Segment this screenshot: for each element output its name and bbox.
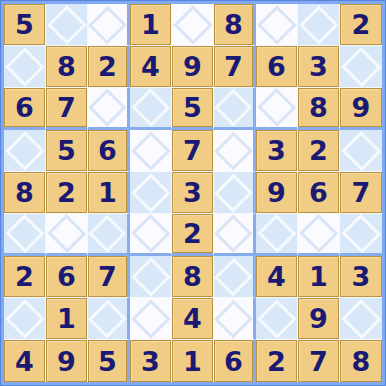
diamond-icon [299, 5, 338, 44]
cell-r1c3[interactable] [88, 4, 130, 46]
cell-r3c1: 6 [4, 88, 46, 130]
cell-r1c4: 1 [130, 4, 172, 46]
diamond-icon [215, 215, 253, 253]
cell-r9c1: 4 [4, 340, 46, 382]
diamond-icon [341, 299, 381, 339]
cell-r7c4[interactable] [130, 256, 172, 298]
cell-r3c4[interactable] [130, 88, 172, 130]
cell-r2c1[interactable] [4, 46, 46, 88]
cell-r5c3: 1 [88, 172, 130, 214]
cell-r4c9[interactable] [340, 130, 382, 172]
cell-r8c8: 9 [298, 298, 340, 340]
cell-r1c9: 2 [340, 4, 382, 46]
cell-r2c5: 9 [172, 46, 214, 88]
cell-r8c7[interactable] [256, 298, 298, 340]
sudoku-board: 5182824976367589567328213967226784131494… [0, 0, 386, 386]
cell-r7c3: 7 [88, 256, 130, 298]
cell-r4c3: 6 [88, 130, 130, 172]
cell-r6c4[interactable] [130, 214, 172, 256]
diamond-icon [47, 214, 85, 252]
diamond-icon [89, 215, 127, 253]
cell-r3c8: 8 [298, 88, 340, 130]
cell-r9c3: 5 [88, 340, 130, 382]
cell-r7c7: 4 [256, 256, 298, 298]
cell-r9c4: 3 [130, 340, 172, 382]
cell-r1c6: 8 [214, 4, 256, 46]
cell-r5c2: 2 [46, 172, 88, 214]
sudoku-grid: 5182824976367589567328213967226784131494… [1, 1, 385, 385]
diamond-icon [214, 173, 252, 211]
cell-r6c6[interactable] [214, 214, 256, 256]
cell-r4c6[interactable] [214, 130, 256, 172]
diamond-icon [341, 47, 381, 87]
cell-r9c7: 2 [256, 340, 298, 382]
cell-r1c2[interactable] [46, 4, 88, 46]
cell-r8c5: 4 [172, 298, 214, 340]
cell-r2c7: 6 [256, 46, 298, 88]
diamond-icon [299, 214, 337, 252]
cell-r5c4[interactable] [130, 172, 172, 214]
diamond-icon [215, 89, 253, 127]
diamond-icon [131, 131, 170, 170]
cell-r3c9: 9 [340, 88, 382, 130]
cell-r6c5: 2 [172, 214, 214, 256]
diamond-icon [131, 257, 170, 296]
cell-r3c6[interactable] [214, 88, 256, 130]
diamond-icon [88, 299, 126, 337]
cell-r7c8: 1 [298, 256, 340, 298]
cell-r1c7[interactable] [256, 4, 298, 46]
cell-r1c1: 5 [4, 4, 46, 46]
cell-r8c2: 1 [46, 298, 88, 340]
cell-r7c5: 8 [172, 256, 214, 298]
cell-r6c2[interactable] [46, 214, 88, 256]
cell-r7c9: 3 [340, 256, 382, 298]
cell-r4c5: 7 [172, 130, 214, 172]
cell-r4c1[interactable] [4, 130, 46, 172]
diamond-icon [257, 88, 295, 126]
cell-r6c3[interactable] [88, 214, 130, 256]
cell-r9c6: 6 [214, 340, 256, 382]
diamond-icon [5, 131, 44, 170]
diamond-icon [88, 5, 126, 43]
diamond-icon [131, 88, 169, 126]
cell-r2c3: 2 [88, 46, 130, 88]
cell-r5c5: 3 [172, 172, 214, 214]
diamond-icon [47, 5, 86, 44]
cell-r2c9[interactable] [340, 46, 382, 88]
cell-r3c7[interactable] [256, 88, 298, 130]
cell-r2c2: 8 [46, 46, 88, 88]
cell-r9c9: 8 [340, 340, 382, 382]
cell-r6c8[interactable] [298, 214, 340, 256]
cell-r6c9[interactable] [340, 214, 382, 256]
diamond-icon [5, 214, 43, 252]
cell-r8c1[interactable] [4, 298, 46, 340]
cell-r5c9: 7 [340, 172, 382, 214]
cell-r8c3[interactable] [88, 298, 130, 340]
cell-r5c6[interactable] [214, 172, 256, 214]
cell-r8c4[interactable] [130, 298, 172, 340]
cell-r4c7: 3 [256, 130, 298, 172]
cell-r2c4: 4 [130, 46, 172, 88]
cell-r8c9[interactable] [340, 298, 382, 340]
cell-r1c5[interactable] [172, 4, 214, 46]
cell-r5c1: 8 [4, 172, 46, 214]
cell-r5c7: 9 [256, 172, 298, 214]
cell-r9c2: 9 [46, 340, 88, 382]
diamond-icon [5, 299, 44, 338]
diamond-icon [214, 257, 252, 295]
diamond-icon [214, 131, 252, 169]
cell-r4c4[interactable] [130, 130, 172, 172]
diamond-icon [257, 5, 296, 44]
diamond-icon [214, 299, 252, 337]
cell-r9c5: 1 [172, 340, 214, 382]
cell-r7c2: 6 [46, 256, 88, 298]
cell-r3c2: 7 [46, 88, 88, 130]
cell-r7c6[interactable] [214, 256, 256, 298]
diamond-icon [173, 5, 212, 44]
cell-r2c6: 7 [214, 46, 256, 88]
diamond-icon [131, 299, 170, 338]
cell-r9c8: 7 [298, 340, 340, 382]
cell-r8c6[interactable] [214, 298, 256, 340]
cell-r2c8: 3 [298, 46, 340, 88]
cell-r6c7[interactable] [256, 214, 298, 256]
diamond-icon [89, 89, 127, 127]
diamond-icon [5, 47, 44, 86]
cell-r3c3[interactable] [88, 88, 130, 130]
diamond-icon [342, 214, 381, 253]
cell-r4c8: 2 [298, 130, 340, 172]
cell-r4c2: 5 [46, 130, 88, 172]
diamond-icon [131, 214, 169, 252]
diamond-icon [257, 214, 295, 252]
cell-r3c5: 5 [172, 88, 214, 130]
cell-r6c1[interactable] [4, 214, 46, 256]
cell-r1c8[interactable] [298, 4, 340, 46]
cell-r7c1: 2 [4, 256, 46, 298]
diamond-icon [131, 173, 170, 212]
cell-r5c8: 6 [298, 172, 340, 214]
diamond-icon [341, 131, 381, 171]
diamond-icon [257, 299, 296, 338]
